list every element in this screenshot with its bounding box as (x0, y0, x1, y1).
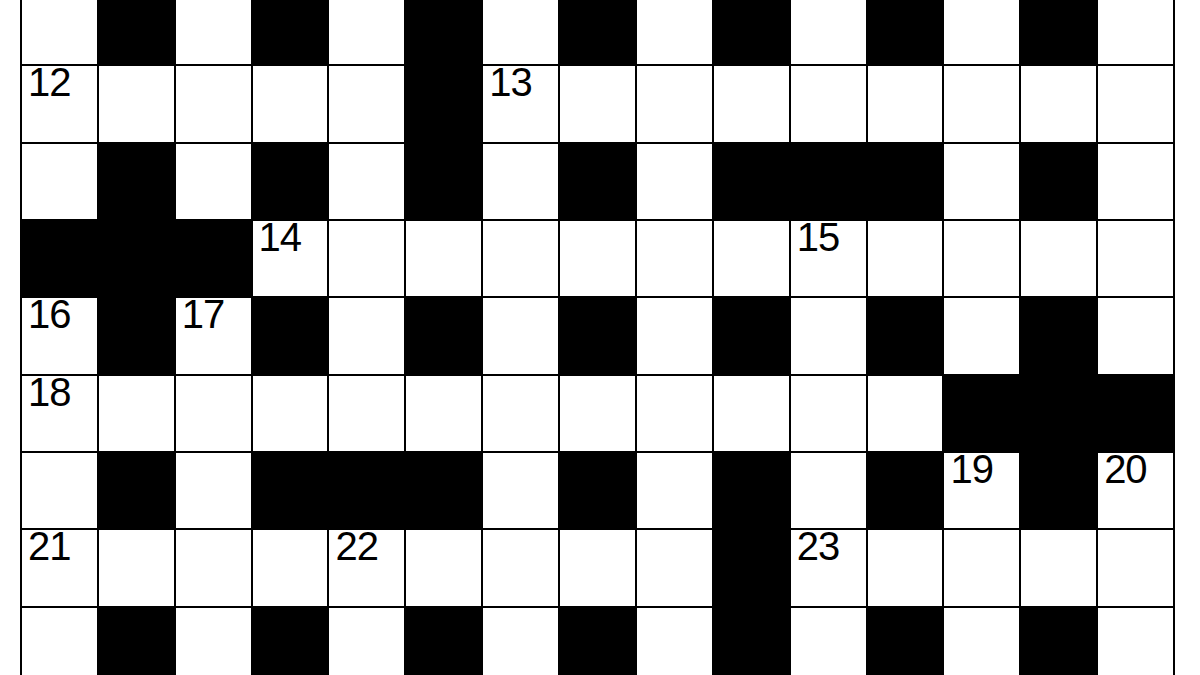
black-cell-r6c15 (1098, 376, 1173, 451)
cell-r9c13[interactable] (944, 608, 1019, 675)
cell-r5c7[interactable] (483, 298, 558, 373)
cell-r8c2[interactable] (99, 530, 174, 605)
crossword-grid: 121314151617181920212223 (20, 0, 1175, 675)
cell-r7c1[interactable] (22, 453, 97, 528)
cell-r4c9[interactable] (637, 221, 712, 296)
cell-r6c8[interactable] (560, 376, 635, 451)
cell-r2c11[interactable] (791, 66, 866, 141)
cell-r3c9[interactable] (637, 144, 712, 219)
cell-r6c9[interactable] (637, 376, 712, 451)
clue-number-23: 23 (797, 526, 840, 566)
crossword-screenshot: 121314151617181920212223 (0, 0, 1200, 675)
black-cell-r5c12 (868, 298, 943, 373)
black-cell-r3c12 (868, 144, 943, 219)
cell-r5c9[interactable] (637, 298, 712, 373)
cell-r1c7[interactable] (483, 0, 558, 64)
cell-r1c11[interactable] (791, 0, 866, 64)
cell-r6c1[interactable]: 18 (22, 376, 97, 451)
black-cell-r3c4 (253, 144, 328, 219)
cell-r6c5[interactable] (329, 376, 404, 451)
cell-r7c7[interactable] (483, 453, 558, 528)
cell-r6c3[interactable] (176, 376, 251, 451)
cell-r5c11[interactable] (791, 298, 866, 373)
cell-r8c3[interactable] (176, 530, 251, 605)
cell-r7c13[interactable]: 19 (944, 453, 1019, 528)
cell-r2c2[interactable] (99, 66, 174, 141)
cell-r1c15[interactable] (1098, 0, 1173, 64)
black-cell-r5c8 (560, 298, 635, 373)
black-cell-r9c2 (99, 608, 174, 675)
black-cell-r5c10 (714, 298, 789, 373)
cell-r3c3[interactable] (176, 144, 251, 219)
cell-r2c12[interactable] (868, 66, 943, 141)
cell-r6c4[interactable] (253, 376, 328, 451)
cell-r1c1[interactable] (22, 0, 97, 64)
cell-r4c10[interactable] (714, 221, 789, 296)
black-cell-r7c12 (868, 453, 943, 528)
cell-r4c14[interactable] (1021, 221, 1096, 296)
clue-number-12: 12 (28, 62, 71, 102)
cell-r8c13[interactable] (944, 530, 1019, 605)
clue-number-17: 17 (182, 294, 225, 334)
cell-r2c9[interactable] (637, 66, 712, 141)
black-cell-r8c10 (714, 530, 789, 605)
black-cell-r9c12 (868, 608, 943, 675)
cell-r3c7[interactable] (483, 144, 558, 219)
black-cell-r5c2 (99, 298, 174, 373)
black-cell-r9c10 (714, 608, 789, 675)
cell-r1c3[interactable] (176, 0, 251, 64)
cell-r9c3[interactable] (176, 608, 251, 675)
black-cell-r7c5 (329, 453, 404, 528)
clue-number-14: 14 (259, 217, 302, 257)
cell-r4c12[interactable] (868, 221, 943, 296)
cell-r6c6[interactable] (406, 376, 481, 451)
cell-r2c4[interactable] (253, 66, 328, 141)
black-cell-r3c14 (1021, 144, 1096, 219)
black-cell-r7c6 (406, 453, 481, 528)
cell-r4c7[interactable] (483, 221, 558, 296)
black-cell-r6c13 (944, 376, 1019, 451)
cell-r6c2[interactable] (99, 376, 174, 451)
cell-r7c3[interactable] (176, 453, 251, 528)
cell-r9c5[interactable] (329, 608, 404, 675)
black-cell-r1c10 (714, 0, 789, 64)
cell-r8c11[interactable]: 23 (791, 530, 866, 605)
black-cell-r1c2 (99, 0, 174, 64)
clue-number-20: 20 (1104, 449, 1147, 489)
cell-r3c13[interactable] (944, 144, 1019, 219)
cell-r2c14[interactable] (1021, 66, 1096, 141)
black-cell-r4c2 (99, 221, 174, 296)
black-cell-r7c2 (99, 453, 174, 528)
black-cell-r5c14 (1021, 298, 1096, 373)
black-cell-r1c4 (253, 0, 328, 64)
cell-r2c7[interactable]: 13 (483, 66, 558, 141)
cell-r5c1[interactable]: 16 (22, 298, 97, 373)
black-cell-r4c1 (22, 221, 97, 296)
cell-r1c9[interactable] (637, 0, 712, 64)
black-cell-r3c8 (560, 144, 635, 219)
black-cell-r7c10 (714, 453, 789, 528)
cell-r2c5[interactable] (329, 66, 404, 141)
black-cell-r1c12 (868, 0, 943, 64)
clue-number-18: 18 (28, 372, 71, 412)
cell-r5c5[interactable] (329, 298, 404, 373)
cell-r8c6[interactable] (406, 530, 481, 605)
cell-r2c10[interactable] (714, 66, 789, 141)
cell-r8c14[interactable] (1021, 530, 1096, 605)
black-cell-r4c3 (176, 221, 251, 296)
cell-r9c9[interactable] (637, 608, 712, 675)
black-cell-r1c8 (560, 0, 635, 64)
cell-r3c15[interactable] (1098, 144, 1173, 219)
cell-r9c15[interactable] (1098, 608, 1173, 675)
cell-r2c8[interactable] (560, 66, 635, 141)
black-cell-r5c6 (406, 298, 481, 373)
black-cell-r6c14 (1021, 376, 1096, 451)
black-cell-r7c8 (560, 453, 635, 528)
cell-r2c15[interactable] (1098, 66, 1173, 141)
clue-number-21: 21 (28, 526, 71, 566)
black-cell-r9c14 (1021, 608, 1096, 675)
black-cell-r9c6 (406, 608, 481, 675)
cell-r7c9[interactable] (637, 453, 712, 528)
cell-r5c15[interactable] (1098, 298, 1173, 373)
cell-r8c1[interactable]: 21 (22, 530, 97, 605)
cell-r4c13[interactable] (944, 221, 1019, 296)
black-cell-r2c6 (406, 66, 481, 141)
cell-r5c3[interactable]: 17 (176, 298, 251, 373)
clue-number-19: 19 (950, 449, 993, 489)
cell-r6c7[interactable] (483, 376, 558, 451)
black-cell-r5c4 (253, 298, 328, 373)
black-cell-r9c4 (253, 608, 328, 675)
cell-r1c5[interactable] (329, 0, 404, 64)
cell-r8c15[interactable] (1098, 530, 1173, 605)
clue-number-15: 15 (797, 217, 840, 257)
black-cell-r3c2 (99, 144, 174, 219)
black-cell-r1c6 (406, 0, 481, 64)
cell-r8c4[interactable] (253, 530, 328, 605)
cell-r9c7[interactable] (483, 608, 558, 675)
cell-r2c1[interactable]: 12 (22, 66, 97, 141)
cell-r6c10[interactable] (714, 376, 789, 451)
clue-number-13: 13 (489, 62, 532, 102)
cell-r8c7[interactable] (483, 530, 558, 605)
cell-r4c15[interactable] (1098, 221, 1173, 296)
cell-r6c11[interactable] (791, 376, 866, 451)
black-cell-r7c4 (253, 453, 328, 528)
cell-r9c11[interactable] (791, 608, 866, 675)
cell-r6c12[interactable] (868, 376, 943, 451)
black-cell-r1c14 (1021, 0, 1096, 64)
cell-r2c13[interactable] (944, 66, 1019, 141)
cell-r3c1[interactable] (22, 144, 97, 219)
cell-r8c8[interactable] (560, 530, 635, 605)
clue-number-16: 16 (28, 294, 71, 334)
cell-r2c3[interactable] (176, 66, 251, 141)
black-cell-r3c11 (791, 144, 866, 219)
black-cell-r9c8 (560, 608, 635, 675)
black-cell-r3c10 (714, 144, 789, 219)
cell-r8c9[interactable] (637, 530, 712, 605)
cell-r8c12[interactable] (868, 530, 943, 605)
cell-r5c13[interactable] (944, 298, 1019, 373)
cell-r4c6[interactable] (406, 221, 481, 296)
clue-number-22: 22 (335, 526, 378, 566)
cell-r9c1[interactable] (22, 608, 97, 675)
black-cell-r3c6 (406, 144, 481, 219)
cell-r1c13[interactable] (944, 0, 1019, 64)
cell-r7c11[interactable] (791, 453, 866, 528)
cell-r8c5[interactable]: 22 (329, 530, 404, 605)
black-cell-r7c14 (1021, 453, 1096, 528)
cell-r3c5[interactable] (329, 144, 404, 219)
cell-r4c8[interactable] (560, 221, 635, 296)
cell-r7c15[interactable]: 20 (1098, 453, 1173, 528)
cell-r4c11[interactable]: 15 (791, 221, 866, 296)
cell-r4c5[interactable] (329, 221, 404, 296)
cell-r4c4[interactable]: 14 (253, 221, 328, 296)
